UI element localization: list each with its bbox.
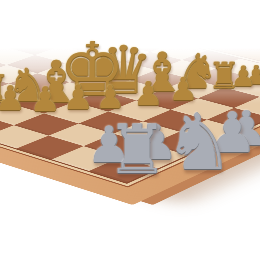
piece-gold-pawn-f7[interactable]: ♟ <box>63 80 93 114</box>
piece-silver-knight-b2[interactable]: ♞ <box>164 103 234 181</box>
piece-gold-pawn-g7[interactable]: ♟ <box>30 82 60 116</box>
photo-scene: ♜♞♝♚♛♝♞♜♟♟♟♟♟♟♟♟♟♜♟♞♟♟ <box>0 0 260 260</box>
piece-gold-pawn-h7[interactable]: ♟ <box>0 81 25 115</box>
piece-silver-rook-d2[interactable]: ♜ <box>107 116 168 184</box>
piece-gold-pawn-d7[interactable]: ♟ <box>133 77 163 110</box>
piece-gold-pawn-e7[interactable]: ♟ <box>96 81 125 113</box>
pieces-layer: ♜♞♝♚♛♝♞♜♟♟♟♟♟♟♟♟♟♜♟♞♟♟ <box>0 0 260 260</box>
piece-gold-rook-a8[interactable]: ♜ <box>208 58 240 94</box>
